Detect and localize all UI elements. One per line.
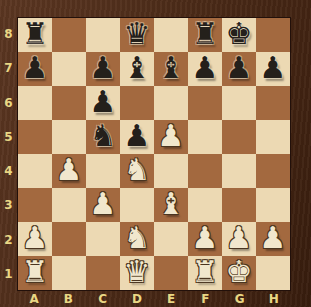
file-label-d: D: [120, 291, 154, 307]
square-b4[interactable]: ♟: [52, 154, 86, 188]
square-b5[interactable]: [52, 120, 86, 154]
square-d8[interactable]: ♛: [120, 18, 154, 52]
black-pawn-f7[interactable]: ♟: [192, 53, 219, 83]
file-label-g: G: [223, 291, 257, 307]
black-king-g8[interactable]: ♚: [226, 19, 253, 49]
white-pawn-c3[interactable]: ♟: [90, 189, 117, 219]
white-pawn-b4[interactable]: ♟: [56, 155, 83, 185]
square-g5[interactable]: [222, 120, 256, 154]
square-e7[interactable]: ♝: [154, 52, 188, 86]
square-e2[interactable]: [154, 222, 188, 256]
white-queen-d1[interactable]: ♛: [124, 257, 151, 287]
white-rook-a1[interactable]: ♜: [22, 257, 49, 287]
square-a1[interactable]: ♜: [18, 256, 52, 290]
square-g4[interactable]: [222, 154, 256, 188]
black-knight-c5[interactable]: ♞: [90, 121, 117, 151]
square-a7[interactable]: ♟: [18, 52, 52, 86]
square-g1[interactable]: ♚: [222, 256, 256, 290]
rank-labels: 87654321: [0, 17, 17, 291]
square-a3[interactable]: [18, 188, 52, 222]
black-pawn-h7[interactable]: ♟: [260, 53, 287, 83]
black-queen-d8[interactable]: ♛: [124, 19, 151, 49]
square-f1[interactable]: ♜: [188, 256, 222, 290]
square-f2[interactable]: ♟: [188, 222, 222, 256]
square-c3[interactable]: ♟: [86, 188, 120, 222]
square-c2[interactable]: [86, 222, 120, 256]
square-g8[interactable]: ♚: [222, 18, 256, 52]
chess-board: ♜♛♜♚♟♟♝♝♟♟♟♟♞♟♟♟♞♟♝♟♞♟♟♟♜♛♜♚: [17, 17, 291, 291]
square-g3[interactable]: [222, 188, 256, 222]
file-label-a: A: [17, 291, 51, 307]
square-d2[interactable]: ♞: [120, 222, 154, 256]
rank-label-5: 5: [0, 120, 17, 154]
square-c5[interactable]: ♞: [86, 120, 120, 154]
square-a5[interactable]: [18, 120, 52, 154]
square-d4[interactable]: ♞: [120, 154, 154, 188]
black-rook-a8[interactable]: ♜: [22, 19, 49, 49]
white-pawn-h2[interactable]: ♟: [260, 223, 287, 253]
white-knight-d2[interactable]: ♞: [124, 223, 151, 253]
rank-label-1: 1: [0, 257, 17, 291]
square-b6[interactable]: [52, 86, 86, 120]
rank-label-2: 2: [0, 223, 17, 257]
black-pawn-a7[interactable]: ♟: [22, 53, 49, 83]
square-b8[interactable]: [52, 18, 86, 52]
rank-label-6: 6: [0, 86, 17, 120]
white-pawn-f2[interactable]: ♟: [192, 223, 219, 253]
square-f8[interactable]: ♜: [188, 18, 222, 52]
rank-label-8: 8: [0, 17, 17, 51]
square-c8[interactable]: [86, 18, 120, 52]
rank-label-3: 3: [0, 188, 17, 222]
square-d5[interactable]: ♟: [120, 120, 154, 154]
black-pawn-c6[interactable]: ♟: [90, 87, 117, 117]
black-pawn-c7[interactable]: ♟: [90, 53, 117, 83]
square-h5[interactable]: [256, 120, 290, 154]
white-pawn-e5[interactable]: ♟: [158, 121, 185, 151]
square-c1[interactable]: [86, 256, 120, 290]
file-label-e: E: [154, 291, 188, 307]
square-h4[interactable]: [256, 154, 290, 188]
white-knight-d4[interactable]: ♞: [124, 155, 151, 185]
square-d1[interactable]: ♛: [120, 256, 154, 290]
rank-label-4: 4: [0, 154, 17, 188]
square-d7[interactable]: ♝: [120, 52, 154, 86]
white-rook-f1[interactable]: ♜: [192, 257, 219, 287]
chess-app-window: 87654321 ♜♛♜♚♟♟♝♝♟♟♟♟♞♟♟♟♞♟♝♟♞♟♟♟♜♛♜♚ AB…: [0, 0, 311, 307]
square-d3[interactable]: [120, 188, 154, 222]
square-f4[interactable]: [188, 154, 222, 188]
white-king-g1[interactable]: ♚: [226, 257, 253, 287]
black-pawn-d5[interactable]: ♟: [124, 121, 151, 151]
white-pawn-a2[interactable]: ♟: [22, 223, 49, 253]
white-pawn-g2[interactable]: ♟: [226, 223, 253, 253]
file-label-h: H: [257, 291, 291, 307]
file-label-f: F: [188, 291, 222, 307]
square-b7[interactable]: [52, 52, 86, 86]
file-labels: ABCDEFGH: [17, 291, 291, 307]
square-c6[interactable]: ♟: [86, 86, 120, 120]
square-b1[interactable]: [52, 256, 86, 290]
square-a4[interactable]: [18, 154, 52, 188]
square-h3[interactable]: [256, 188, 290, 222]
black-bishop-e7[interactable]: ♝: [158, 53, 185, 83]
square-f5[interactable]: [188, 120, 222, 154]
square-g7[interactable]: ♟: [222, 52, 256, 86]
square-d6[interactable]: [120, 86, 154, 120]
black-pawn-g7[interactable]: ♟: [226, 53, 253, 83]
square-f3[interactable]: [188, 188, 222, 222]
square-e5[interactable]: ♟: [154, 120, 188, 154]
file-label-b: B: [51, 291, 85, 307]
square-e3[interactable]: ♝: [154, 188, 188, 222]
square-a8[interactable]: ♜: [18, 18, 52, 52]
square-b3[interactable]: [52, 188, 86, 222]
square-e4[interactable]: [154, 154, 188, 188]
square-a6[interactable]: [18, 86, 52, 120]
square-h2[interactable]: ♟: [256, 222, 290, 256]
square-b2[interactable]: [52, 222, 86, 256]
white-bishop-e3[interactable]: ♝: [158, 189, 185, 219]
square-h6[interactable]: [256, 86, 290, 120]
black-bishop-d7[interactable]: ♝: [124, 53, 151, 83]
rank-label-7: 7: [0, 51, 17, 85]
square-g2[interactable]: ♟: [222, 222, 256, 256]
square-h1[interactable]: [256, 256, 290, 290]
square-h8[interactable]: [256, 18, 290, 52]
square-e6[interactable]: [154, 86, 188, 120]
square-a2[interactable]: ♟: [18, 222, 52, 256]
square-f6[interactable]: [188, 86, 222, 120]
square-f7[interactable]: ♟: [188, 52, 222, 86]
square-c4[interactable]: [86, 154, 120, 188]
file-label-c: C: [86, 291, 120, 307]
black-rook-f8[interactable]: ♜: [192, 19, 219, 49]
square-g6[interactable]: [222, 86, 256, 120]
square-e1[interactable]: [154, 256, 188, 290]
square-h7[interactable]: ♟: [256, 52, 290, 86]
square-c7[interactable]: ♟: [86, 52, 120, 86]
square-e8[interactable]: [154, 18, 188, 52]
